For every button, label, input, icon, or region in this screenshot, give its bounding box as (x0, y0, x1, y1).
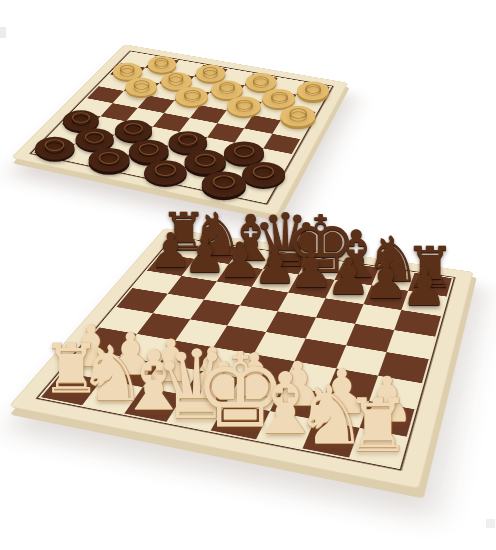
checker-ring-engraving: ○ (43, 137, 66, 152)
checker-ring-engraving: ○ (304, 82, 322, 94)
checker-ring-engraving: ○ (288, 106, 308, 119)
light-checker-r3c4[interactable]: ●○ (173, 82, 210, 107)
checker-ring-engraving: ○ (153, 160, 177, 176)
checker-ring-engraving: ○ (97, 149, 121, 165)
product-photo-canvas: ♜♞♝♛♚♝♞♜♟♟♟♟♟♟♟♟♟♟♟♟♟♟♟♟♜♞♝♛♚♝♞♜●○●○●○●○… (0, 0, 496, 550)
light-checker-r3c8[interactable]: ●○ (278, 101, 318, 128)
dark-pawn-h7[interactable]: ♟ (401, 262, 447, 313)
dark-checker-r8c5[interactable]: ●○ (141, 153, 190, 185)
checker-ring-engraving: ○ (234, 97, 253, 110)
dark-checker-r8c3[interactable]: ●○ (85, 142, 132, 173)
checker-ring-engraving: ○ (251, 162, 276, 178)
light-rook-h1[interactable]: ♜ (345, 389, 411, 463)
checker-ring-engraving: ○ (211, 172, 236, 189)
checker-ring-engraving: ○ (132, 78, 150, 90)
light-checker-r3c6[interactable]: ●○ (225, 91, 264, 117)
checker-ring-engraving: ○ (182, 87, 201, 99)
light-checker-r3c2[interactable]: ●○ (123, 73, 159, 97)
dark-checker-r8c1[interactable]: ●○ (32, 131, 77, 161)
dark-checker-r8c7[interactable]: ●○ (199, 165, 250, 199)
